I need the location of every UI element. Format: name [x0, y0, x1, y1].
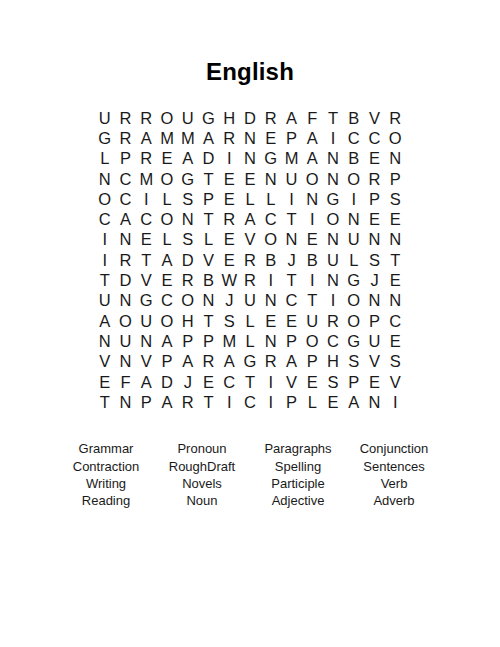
word-list-item: Novels	[154, 475, 250, 492]
grid-cell-r11c5[interactable]: H	[177, 311, 198, 331]
grid-cell-r14c7[interactable]: C	[219, 372, 240, 392]
grid-cell-r15c14[interactable]: N	[364, 392, 385, 412]
grid-cell-r15c5[interactable]: R	[177, 392, 198, 412]
word-list-item: Adjective	[250, 492, 346, 509]
grid-cell-r12c3[interactable]: N	[136, 331, 157, 351]
grid-cell-r2c3[interactable]: A	[136, 128, 157, 148]
grid-cell-r2c13[interactable]: C	[343, 128, 364, 148]
grid-cell-r8c15[interactable]: T	[385, 250, 406, 270]
grid-cell-r3c14[interactable]: E	[364, 149, 385, 169]
grid-cell-r5c12[interactable]: G	[323, 189, 344, 209]
grid-cell-r14c13[interactable]: P	[343, 372, 364, 392]
grid-cell-r2c1[interactable]: G	[94, 128, 115, 148]
grid-cell-r7c9[interactable]: O	[260, 230, 281, 250]
grid-cell-r14c10[interactable]: V	[281, 372, 302, 392]
grid-cell-r11c8[interactable]: L	[240, 311, 261, 331]
grid-cell-r3c5[interactable]: A	[177, 149, 198, 169]
grid-cell-r13c5[interactable]: A	[177, 352, 198, 372]
grid-cell-r3c9[interactable]: G	[260, 149, 281, 169]
grid-cell-r15c4[interactable]: A	[157, 392, 178, 412]
grid-cell-r7c2[interactable]: N	[115, 230, 136, 250]
grid-cell-r2c12[interactable]: I	[323, 128, 344, 148]
grid-cell-r9c4[interactable]: E	[157, 270, 178, 290]
grid-cell-r15c9[interactable]: I	[260, 392, 281, 412]
grid-cell-r13c13[interactable]: S	[343, 352, 364, 372]
grid-cell-r8c7[interactable]: E	[219, 250, 240, 270]
grid-cell-r12c4[interactable]: A	[157, 331, 178, 351]
grid-cell-r14c15[interactable]: V	[385, 372, 406, 392]
grid-cell-r1c2[interactable]: R	[115, 108, 136, 128]
grid-cell-r5c5[interactable]: S	[177, 189, 198, 209]
grid-cell-r9c11[interactable]: I	[302, 270, 323, 290]
grid-cell-r14c4[interactable]: D	[157, 372, 178, 392]
grid-cell-r14c12[interactable]: S	[323, 372, 344, 392]
grid-cell-r6c6[interactable]: T	[198, 209, 219, 229]
grid-cell-r10c15[interactable]: N	[385, 291, 406, 311]
grid-cell-r13c11[interactable]: P	[302, 352, 323, 372]
grid-cell-r13c1[interactable]: V	[94, 352, 115, 372]
grid-cell-r1c11[interactable]: F	[302, 108, 323, 128]
grid-cell-r9c9[interactable]: I	[260, 270, 281, 290]
grid-cell-r10c7[interactable]: J	[219, 291, 240, 311]
grid-cell-r8c9[interactable]: B	[260, 250, 281, 270]
grid-cell-r4c15[interactable]: P	[385, 169, 406, 189]
grid-cell-r6c3[interactable]: C	[136, 209, 157, 229]
grid-cell-r10c14[interactable]: N	[364, 291, 385, 311]
word-list-item: Sentences	[346, 458, 442, 475]
grid-cell-r5c8[interactable]: L	[240, 189, 261, 209]
grid-cell-r15c7[interactable]: I	[219, 392, 240, 412]
grid-cell-r2c9[interactable]: E	[260, 128, 281, 148]
grid-cell-r7c4[interactable]: L	[157, 230, 178, 250]
grid-cell-r3c13[interactable]: B	[343, 149, 364, 169]
grid-cell-r15c1[interactable]: T	[94, 392, 115, 412]
word-list-item: Contraction	[58, 458, 154, 475]
grid-cell-r4c14[interactable]: R	[364, 169, 385, 189]
grid-cell-r11c11[interactable]: U	[302, 311, 323, 331]
grid-cell-r10c1[interactable]: U	[94, 291, 115, 311]
grid-cell-r6c1[interactable]: C	[94, 209, 115, 229]
grid-cell-r10c12[interactable]: I	[323, 291, 344, 311]
grid-cell-r6c7[interactable]: R	[219, 209, 240, 229]
grid-cell-r1c14[interactable]: V	[364, 108, 385, 128]
grid-cell-r3c10[interactable]: M	[281, 149, 302, 169]
grid-cell-r14c14[interactable]: E	[364, 372, 385, 392]
word-list-column-3: ParagraphsSpellingParticipleAdjective	[250, 440, 346, 509]
grid-cell-r3c6[interactable]: D	[198, 149, 219, 169]
grid-cell-r13c6[interactable]: R	[198, 352, 219, 372]
grid-cell-r11c6[interactable]: T	[198, 311, 219, 331]
grid-cell-r12c13[interactable]: G	[343, 331, 364, 351]
grid-cell-r2c10[interactable]: P	[281, 128, 302, 148]
grid-cell-r11c13[interactable]: O	[343, 311, 364, 331]
grid-cell-r5c1[interactable]: O	[94, 189, 115, 209]
grid-cell-r2c5[interactable]: M	[177, 128, 198, 148]
grid-cell-r5c9[interactable]: L	[260, 189, 281, 209]
grid-cell-r14c9[interactable]: I	[260, 372, 281, 392]
word-list-item: Spelling	[250, 458, 346, 475]
grid-cell-r8c4[interactable]: A	[157, 250, 178, 270]
grid-cell-r15c15[interactable]: I	[385, 392, 406, 412]
grid-cell-r6c4[interactable]: O	[157, 209, 178, 229]
grid-cell-r7c15[interactable]: N	[385, 230, 406, 250]
grid-cell-r7c7[interactable]: E	[219, 230, 240, 250]
grid-cell-r10c6[interactable]: N	[198, 291, 219, 311]
grid-cell-r8c3[interactable]: T	[136, 250, 157, 270]
grid-cell-r11c10[interactable]: E	[281, 311, 302, 331]
word-list-column-4: ConjunctionSentencesVerbAdverb	[346, 440, 442, 509]
grid-cell-r2c14[interactable]: C	[364, 128, 385, 148]
word-list-item: Conjunction	[346, 440, 442, 457]
grid-cell-r4c1[interactable]: N	[94, 169, 115, 189]
grid-cell-r1c1[interactable]: U	[94, 108, 115, 128]
grid-cell-r9c8[interactable]: R	[240, 270, 261, 290]
grid-cell-r2c6[interactable]: A	[198, 128, 219, 148]
grid-cell-r11c9[interactable]: E	[260, 311, 281, 331]
grid-cell-r4c4[interactable]: O	[157, 169, 178, 189]
grid-cell-r4c9[interactable]: N	[260, 169, 281, 189]
grid-cell-r5c14[interactable]: P	[364, 189, 385, 209]
grid-cell-r12c1[interactable]: N	[94, 331, 115, 351]
word-list-item: Verb	[346, 475, 442, 492]
grid-cell-r9c1[interactable]: T	[94, 270, 115, 290]
grid-cell-r14c3[interactable]: A	[136, 372, 157, 392]
word-list-item: Pronoun	[154, 440, 250, 457]
grid-cell-r4c5[interactable]: G	[177, 169, 198, 189]
grid-cell-r1c5[interactable]: U	[177, 108, 198, 128]
grid-cell-r6c9[interactable]: C	[260, 209, 281, 229]
grid-cell-r12c8[interactable]: L	[240, 331, 261, 351]
grid-cell-r12c14[interactable]: U	[364, 331, 385, 351]
grid-cell-r1c9[interactable]: R	[260, 108, 281, 128]
grid-cell-r6c14[interactable]: E	[364, 209, 385, 229]
grid-cell-r6c11[interactable]: I	[302, 209, 323, 229]
grid-cell-r14c1[interactable]: E	[94, 372, 115, 392]
grid-cell-r13c9[interactable]: R	[260, 352, 281, 372]
grid-cell-r4c2[interactable]: C	[115, 169, 136, 189]
puzzle-page: English URROUGHDRAFTBVRGRAMMARNEPAICCOLP…	[0, 58, 500, 647]
grid-cell-r1c4[interactable]: O	[157, 108, 178, 128]
grid-cell-r4c10[interactable]: U	[281, 169, 302, 189]
grid-cell-r10c10[interactable]: C	[281, 291, 302, 311]
grid-cell-r1c10[interactable]: A	[281, 108, 302, 128]
word-list-item: Reading	[58, 492, 154, 509]
grid-cell-r9c15[interactable]: E	[385, 270, 406, 290]
grid-cell-r14c6[interactable]: E	[198, 372, 219, 392]
grid-cell-r10c11[interactable]: T	[302, 291, 323, 311]
grid-cell-r4c3[interactable]: M	[136, 169, 157, 189]
grid-cell-r7c12[interactable]: N	[323, 230, 344, 250]
grid-cell-r4c11[interactable]: O	[302, 169, 323, 189]
grid-cell-r1c7[interactable]: H	[219, 108, 240, 128]
grid-cell-r9c6[interactable]: B	[198, 270, 219, 290]
grid-cell-r3c1[interactable]: L	[94, 149, 115, 169]
grid-cell-r9c12[interactable]: N	[323, 270, 344, 290]
grid-cell-r7c13[interactable]: U	[343, 230, 364, 250]
grid-cell-r12c6[interactable]: P	[198, 331, 219, 351]
grid-cell-r13c2[interactable]: N	[115, 352, 136, 372]
grid-cell-r3c2[interactable]: P	[115, 149, 136, 169]
grid-cell-r10c13[interactable]: O	[343, 291, 364, 311]
grid-cell-r11c12[interactable]: R	[323, 311, 344, 331]
grid-cell-r8c13[interactable]: L	[343, 250, 364, 270]
grid-cell-r12c11[interactable]: O	[302, 331, 323, 351]
grid-cell-r7c10[interactable]: N	[281, 230, 302, 250]
grid-cell-r11c4[interactable]: O	[157, 311, 178, 331]
word-search-grid: URROUGHDRAFTBVRGRAMMARNEPAICCOLPREADINGM…	[0, 108, 500, 412]
grid-cell-r12c12[interactable]: C	[323, 331, 344, 351]
grid-cell-r8c10[interactable]: J	[281, 250, 302, 270]
grid-cell-r15c10[interactable]: P	[281, 392, 302, 412]
grid-cell-r12c9[interactable]: N	[260, 331, 281, 351]
grid-cell-r10c2[interactable]: N	[115, 291, 136, 311]
grid-cell-r2c15[interactable]: O	[385, 128, 406, 148]
word-list: GrammarContractionWritingReadingPronounR…	[0, 440, 500, 509]
grid-cell-r10c3[interactable]: G	[136, 291, 157, 311]
grid-cell-r11c15[interactable]: C	[385, 311, 406, 331]
grid-cell-r11c2[interactable]: O	[115, 311, 136, 331]
grid-cell-r2c2[interactable]: R	[115, 128, 136, 148]
grid-cell-r12c10[interactable]: P	[281, 331, 302, 351]
grid-cell-r5c4[interactable]: L	[157, 189, 178, 209]
word-list-item: Noun	[154, 492, 250, 509]
grid-cell-r4c6[interactable]: T	[198, 169, 219, 189]
grid-cell-r8c1[interactable]: I	[94, 250, 115, 270]
grid-cell-r14c11[interactable]: E	[302, 372, 323, 392]
grid-cell-r5c10[interactable]: I	[281, 189, 302, 209]
grid-cell-r1c8[interactable]: D	[240, 108, 261, 128]
grid-cell-r7c14[interactable]: N	[364, 230, 385, 250]
grid-cell-r13c4[interactable]: P	[157, 352, 178, 372]
grid-cell-r1c15[interactable]: R	[385, 108, 406, 128]
grid-cell-r15c12[interactable]: E	[323, 392, 344, 412]
word-list-item: RoughDraft	[154, 458, 250, 475]
grid-cell-r7c3[interactable]: E	[136, 230, 157, 250]
grid-cell-r12c7[interactable]: M	[219, 331, 240, 351]
grid-cell-r5c7[interactable]: E	[219, 189, 240, 209]
grid-cell-r10c8[interactable]: U	[240, 291, 261, 311]
grid-cell-r3c8[interactable]: N	[240, 149, 261, 169]
grid-cell-r1c6[interactable]: G	[198, 108, 219, 128]
grid-cell-r6c10[interactable]: T	[281, 209, 302, 229]
grid-cell-r6c2[interactable]: A	[115, 209, 136, 229]
grid-cell-r9c7[interactable]: W	[219, 270, 240, 290]
grid-cell-r7c8[interactable]: V	[240, 230, 261, 250]
grid-cell-r6c13[interactable]: N	[343, 209, 364, 229]
grid-cell-r8c6[interactable]: V	[198, 250, 219, 270]
grid-cell-r9c3[interactable]: V	[136, 270, 157, 290]
grid-cell-r10c9[interactable]: N	[260, 291, 281, 311]
grid-cell-r6c15[interactable]: E	[385, 209, 406, 229]
grid-cell-r3c3[interactable]: R	[136, 149, 157, 169]
grid-cell-r8c12[interactable]: U	[323, 250, 344, 270]
grid-cell-r12c5[interactable]: P	[177, 331, 198, 351]
grid-cell-r13c12[interactable]: H	[323, 352, 344, 372]
grid-cell-r11c3[interactable]: U	[136, 311, 157, 331]
grid-cell-r15c13[interactable]: A	[343, 392, 364, 412]
grid-cell-r6c8[interactable]: A	[240, 209, 261, 229]
grid-cell-r8c11[interactable]: B	[302, 250, 323, 270]
grid-cell-r5c13[interactable]: I	[343, 189, 364, 209]
grid-cell-r2c11[interactable]: A	[302, 128, 323, 148]
grid-cell-r13c15[interactable]: S	[385, 352, 406, 372]
grid-cell-r5c11[interactable]: N	[302, 189, 323, 209]
grid-cell-r9c14[interactable]: J	[364, 270, 385, 290]
grid-cell-r13c7[interactable]: A	[219, 352, 240, 372]
grid-cell-r6c5[interactable]: N	[177, 209, 198, 229]
grid-cell-r9c5[interactable]: R	[177, 270, 198, 290]
grid-cell-r8c14[interactable]: S	[364, 250, 385, 270]
grid-cell-r11c14[interactable]: P	[364, 311, 385, 331]
grid-cell-r2c7[interactable]: R	[219, 128, 240, 148]
grid-cell-r5c3[interactable]: I	[136, 189, 157, 209]
grid-cell-r5c2[interactable]: C	[115, 189, 136, 209]
grid-cell-r10c5[interactable]: O	[177, 291, 198, 311]
grid-cell-r7c11[interactable]: E	[302, 230, 323, 250]
word-list-item: Participle	[250, 475, 346, 492]
grid-cell-r15c3[interactable]: P	[136, 392, 157, 412]
grid-cell-r15c8[interactable]: C	[240, 392, 261, 412]
grid-cell-r5c15[interactable]: S	[385, 189, 406, 209]
grid-cell-r14c8[interactable]: T	[240, 372, 261, 392]
grid-cell-r15c11[interactable]: L	[302, 392, 323, 412]
grid-cell-r8c2[interactable]: R	[115, 250, 136, 270]
grid-cell-r9c2[interactable]: D	[115, 270, 136, 290]
grid-cell-r13c10[interactable]: A	[281, 352, 302, 372]
grid-cell-r4c8[interactable]: E	[240, 169, 261, 189]
grid-cell-r7c6[interactable]: L	[198, 230, 219, 250]
grid-cell-r7c1[interactable]: I	[94, 230, 115, 250]
grid-cell-r4c13[interactable]: O	[343, 169, 364, 189]
grid-cell-r4c7[interactable]: E	[219, 169, 240, 189]
word-list-item: Paragraphs	[250, 440, 346, 457]
grid-cell-r5c6[interactable]: P	[198, 189, 219, 209]
grid-cell-r13c3[interactable]: V	[136, 352, 157, 372]
grid-cell-r3c12[interactable]: N	[323, 149, 344, 169]
word-list-item: Adverb	[346, 492, 442, 509]
grid-cell-r15c2[interactable]: N	[115, 392, 136, 412]
grid-cell-r3c4[interactable]: E	[157, 149, 178, 169]
grid-cell-r11c1[interactable]: A	[94, 311, 115, 331]
grid-cell-r3c11[interactable]: A	[302, 149, 323, 169]
grid-cell-r12c2[interactable]: U	[115, 331, 136, 351]
grid-cell-r9c10[interactable]: T	[281, 270, 302, 290]
grid-cell-r2c4[interactable]: M	[157, 128, 178, 148]
grid-cell-r7c5[interactable]: S	[177, 230, 198, 250]
grid-cell-r4c12[interactable]: N	[323, 169, 344, 189]
word-list-column-1: GrammarContractionWritingReading	[58, 440, 154, 509]
grid-cell-r11c7[interactable]: S	[219, 311, 240, 331]
grid-cell-r6c12[interactable]: O	[323, 209, 344, 229]
grid-cell-r1c12[interactable]: T	[323, 108, 344, 128]
grid-cell-r10c4[interactable]: C	[157, 291, 178, 311]
word-list-column-2: PronounRoughDraftNovelsNoun	[154, 440, 250, 509]
grid-cell-r3c7[interactable]: I	[219, 149, 240, 169]
grid-cell-r14c5[interactable]: J	[177, 372, 198, 392]
puzzle-title: English	[0, 58, 500, 86]
grid-cell-r15c6[interactable]: T	[198, 392, 219, 412]
grid-cell-r3c15[interactable]: N	[385, 149, 406, 169]
grid-cell-r14c2[interactable]: F	[115, 372, 136, 392]
grid-cell-r2c8[interactable]: N	[240, 128, 261, 148]
word-list-item: Grammar	[58, 440, 154, 457]
word-list-item: Writing	[58, 475, 154, 492]
grid-cell-r8c8[interactable]: R	[240, 250, 261, 270]
grid-cell-r13c8[interactable]: G	[240, 352, 261, 372]
grid-cell-r8c5[interactable]: D	[177, 250, 198, 270]
grid-cell-r9c13[interactable]: G	[343, 270, 364, 290]
grid-cell-r12c15[interactable]: E	[385, 331, 406, 351]
grid-cell-r1c13[interactable]: B	[343, 108, 364, 128]
grid-cell-r13c14[interactable]: V	[364, 352, 385, 372]
grid-cell-r1c3[interactable]: R	[136, 108, 157, 128]
